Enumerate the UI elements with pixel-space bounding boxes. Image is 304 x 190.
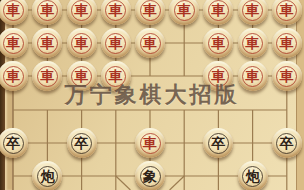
piece-black-soldier[interactable]: 卒 <box>272 128 302 158</box>
piece-glyph: 炮 <box>246 169 260 183</box>
piece-black-elephant[interactable]: 象 <box>135 161 165 190</box>
piece-glyph: 車 <box>143 136 157 150</box>
piece-black-soldier[interactable]: 卒 <box>67 128 97 158</box>
piece-glyph: 車 <box>6 36 20 50</box>
piece-black-cannon[interactable]: 炮 <box>238 161 268 190</box>
piece-glyph: 車 <box>40 69 54 83</box>
piece-red-chariot[interactable]: 車 <box>135 128 165 158</box>
piece-glyph: 車 <box>6 69 20 83</box>
piece-glyph: 車 <box>211 36 225 50</box>
piece-glyph: 車 <box>177 3 191 17</box>
piece-glyph: 卒 <box>280 136 294 150</box>
watermark-text: 万宁象棋大招版 <box>65 80 240 110</box>
piece-glyph: 車 <box>40 3 54 17</box>
piece-glyph: 車 <box>211 3 225 17</box>
piece-glyph: 車 <box>6 3 20 17</box>
piece-red-chariot[interactable]: 車 <box>101 28 131 58</box>
xiangqi-board[interactable]: 車車車車車車車車車車車車車車車車車車車車車車車車卒卒車卒卒炮象炮 万宁象棋大招版 <box>0 0 304 190</box>
piece-glyph: 車 <box>246 3 260 17</box>
piece-red-chariot[interactable]: 車 <box>67 28 97 58</box>
piece-glyph: 車 <box>246 69 260 83</box>
piece-glyph: 卒 <box>75 136 89 150</box>
piece-glyph: 車 <box>143 3 157 17</box>
piece-glyph: 車 <box>246 36 260 50</box>
piece-red-chariot[interactable]: 車 <box>272 61 302 91</box>
piece-red-chariot[interactable]: 車 <box>238 28 268 58</box>
piece-red-chariot[interactable]: 車 <box>238 61 268 91</box>
piece-glyph: 卒 <box>211 136 225 150</box>
piece-glyph: 車 <box>75 3 89 17</box>
piece-glyph: 象 <box>143 169 157 183</box>
piece-glyph: 車 <box>109 36 123 50</box>
piece-red-chariot[interactable]: 車 <box>272 28 302 58</box>
piece-black-cannon[interactable]: 炮 <box>32 161 62 190</box>
piece-glyph: 炮 <box>40 169 54 183</box>
piece-glyph: 車 <box>280 69 294 83</box>
piece-glyph: 車 <box>40 36 54 50</box>
piece-glyph: 車 <box>143 36 157 50</box>
piece-glyph: 車 <box>109 3 123 17</box>
piece-red-chariot[interactable]: 車 <box>135 28 165 58</box>
board-left-edge <box>0 0 5 190</box>
piece-glyph: 車 <box>280 3 294 17</box>
piece-glyph: 車 <box>280 36 294 50</box>
piece-glyph: 卒 <box>6 136 20 150</box>
piece-glyph: 車 <box>75 36 89 50</box>
